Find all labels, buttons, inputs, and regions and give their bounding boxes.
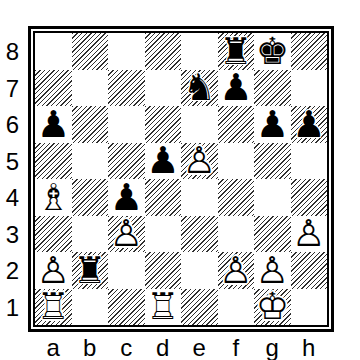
square-a1[interactable]: ♜♖ [35,289,72,326]
square-f8[interactable]: ♜ [218,33,255,70]
square-g8[interactable]: ♚ [254,33,291,70]
square-g5[interactable] [254,143,291,180]
black-pawn: ♟ [35,106,72,143]
square-h1[interactable] [291,289,328,326]
square-f5[interactable] [218,143,255,180]
square-g4[interactable] [254,179,291,216]
square-d6[interactable] [145,106,182,143]
white-king-outline: ♔ [256,288,289,325]
square-c7[interactable] [108,70,145,107]
square-c2[interactable] [108,252,145,289]
square-d2[interactable] [145,252,182,289]
square-f2[interactable]: ♟♙ [218,252,255,289]
square-e1[interactable] [181,289,218,326]
square-c4[interactable]: ♟ [108,179,145,216]
file-label-f: f [218,334,255,360]
black-rook: ♜ [218,33,255,70]
square-e6[interactable] [181,106,218,143]
square-h2[interactable] [291,252,328,289]
white-rook-outline: ♖ [37,288,70,325]
white-pawn: ♟♙ [291,216,328,253]
black-pawn: ♟ [145,143,182,180]
black-rook: ♜ [72,252,109,289]
square-e2[interactable] [181,252,218,289]
file-labels: abcdefgh [35,334,327,358]
file-label-c: c [108,334,145,360]
rank-label-2: 2 [0,253,25,290]
square-c5[interactable] [108,143,145,180]
square-g7[interactable] [254,70,291,107]
white-pawn: ♟♙ [108,216,145,253]
chess-board: ♜♚♞♟♟♟♟♟♟♙♝♗♟♟♙♟♙♟♙♜♟♙♟♙♜♖♜♖♚♔ [35,33,327,325]
black-king: ♚ [254,33,291,70]
rank-label-1: 1 [0,290,25,327]
square-a3[interactable] [35,216,72,253]
white-rook: ♜♖ [35,289,72,326]
square-h5[interactable] [291,143,328,180]
square-e4[interactable] [181,179,218,216]
white-pawn: ♟♙ [35,252,72,289]
square-c3[interactable]: ♟♙ [108,216,145,253]
file-label-e: e [181,334,218,360]
rank-label-3: 3 [0,217,25,254]
square-h6[interactable]: ♟ [291,106,328,143]
square-g1[interactable]: ♚♔ [254,289,291,326]
square-f6[interactable] [218,106,255,143]
rank-label-7: 7 [0,71,25,108]
square-g6[interactable]: ♟ [254,106,291,143]
square-b8[interactable] [72,33,109,70]
square-d3[interactable] [145,216,182,253]
rank-labels: 87654321 [0,34,25,326]
white-bishop-outline: ♗ [37,179,70,216]
square-h8[interactable] [291,33,328,70]
square-d7[interactable] [145,70,182,107]
rank-label-5: 5 [0,144,25,181]
square-h4[interactable] [291,179,328,216]
square-b1[interactable] [72,289,109,326]
rank-label-4: 4 [0,180,25,217]
square-d5[interactable]: ♟ [145,143,182,180]
white-pawn: ♟♙ [254,252,291,289]
square-a4[interactable]: ♝♗ [35,179,72,216]
square-e3[interactable] [181,216,218,253]
file-label-b: b [72,334,109,360]
square-f4[interactable] [218,179,255,216]
square-b2[interactable]: ♜ [72,252,109,289]
square-e5[interactable]: ♟♙ [181,143,218,180]
white-pawn-outline: ♙ [219,252,252,289]
square-b5[interactable] [72,143,109,180]
rank-label-6: 6 [0,107,25,144]
board-inner-border: ♜♚♞♟♟♟♟♟♟♙♝♗♟♟♙♟♙♟♙♜♟♙♟♙♜♖♜♖♚♔ [33,31,329,327]
rank-label-8: 8 [0,34,25,71]
board-frame: ♜♚♞♟♟♟♟♟♟♙♝♗♟♟♙♟♙♟♙♜♟♙♟♙♜♖♜♖♚♔ [28,26,334,332]
square-b6[interactable] [72,106,109,143]
square-b7[interactable] [72,70,109,107]
white-rook: ♜♖ [145,289,182,326]
square-a7[interactable] [35,70,72,107]
black-knight: ♞ [181,70,218,107]
square-h7[interactable] [291,70,328,107]
black-pawn: ♟ [218,70,255,107]
white-pawn: ♟♙ [181,143,218,180]
file-label-d: d [145,334,182,360]
file-label-g: g [254,334,291,360]
white-king: ♚♔ [254,289,291,326]
white-pawn-outline: ♙ [37,252,70,289]
square-h3[interactable]: ♟♙ [291,216,328,253]
white-bishop: ♝♗ [35,179,72,216]
file-label-a: a [35,334,72,360]
white-pawn: ♟♙ [218,252,255,289]
square-f3[interactable] [218,216,255,253]
square-e7[interactable]: ♞ [181,70,218,107]
square-g2[interactable]: ♟♙ [254,252,291,289]
square-e8[interactable] [181,33,218,70]
square-b4[interactable] [72,179,109,216]
file-label-h: h [291,334,328,360]
white-pawn-outline: ♙ [292,215,325,252]
square-c8[interactable] [108,33,145,70]
white-pawn-outline: ♙ [256,252,289,289]
chess-diagram: 87654321 ♜♚♞♟♟♟♟♟♟♙♝♗♟♟♙♟♙♟♙♜♟♙♟♙♜♖♜♖♚♔ … [0,0,360,360]
black-pawn: ♟ [254,106,291,143]
square-b3[interactable] [72,216,109,253]
square-d8[interactable] [145,33,182,70]
black-pawn: ♟ [108,179,145,216]
square-a6[interactable]: ♟ [35,106,72,143]
square-c1[interactable] [108,289,145,326]
white-pawn-outline: ♙ [183,142,216,179]
square-a8[interactable] [35,33,72,70]
square-a5[interactable] [35,143,72,180]
white-pawn-outline: ♙ [110,215,143,252]
square-g3[interactable] [254,216,291,253]
square-d1[interactable]: ♜♖ [145,289,182,326]
square-f1[interactable] [218,289,255,326]
white-rook-outline: ♖ [146,288,179,325]
square-a2[interactable]: ♟♙ [35,252,72,289]
square-d4[interactable] [145,179,182,216]
square-c6[interactable] [108,106,145,143]
square-f7[interactable]: ♟ [218,70,255,107]
black-pawn: ♟ [291,106,328,143]
